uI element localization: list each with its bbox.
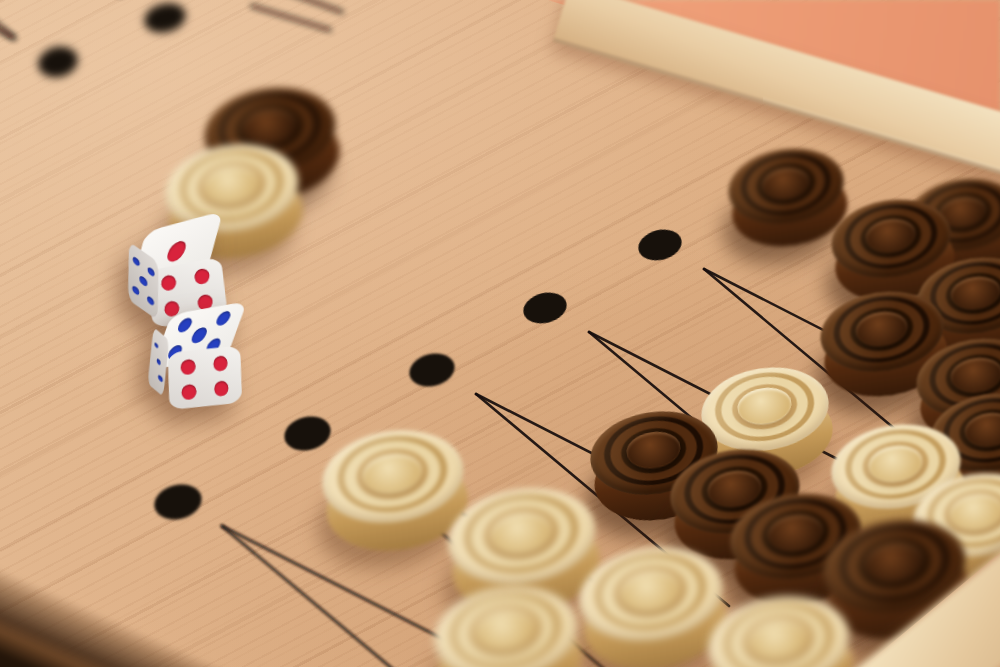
point-outline: [260, 0, 342, 12]
red-pip: [213, 355, 228, 371]
blue-pip: [154, 342, 159, 350]
blue-pip: [156, 358, 161, 366]
red-pip: [182, 384, 197, 400]
red-pip: [181, 359, 196, 375]
blue-pip: [147, 294, 155, 307]
red-pip: [161, 274, 178, 292]
blue-pip: [132, 255, 140, 268]
blue-pip: [139, 274, 147, 287]
die[interactable]: [150, 308, 249, 409]
red-pip: [214, 380, 229, 396]
blue-pip: [132, 284, 140, 297]
point-outline: [252, 6, 330, 30]
blue-pip: [147, 265, 155, 278]
backgammon-photo-scene: [0, 0, 1000, 667]
blue-pip: [190, 327, 208, 344]
die-face-front: [168, 346, 243, 411]
blue-pip: [158, 375, 163, 383]
blue-pip: [214, 310, 232, 327]
blue-pip: [176, 317, 194, 334]
red-pip: [165, 239, 187, 263]
red-pip: [194, 268, 211, 286]
